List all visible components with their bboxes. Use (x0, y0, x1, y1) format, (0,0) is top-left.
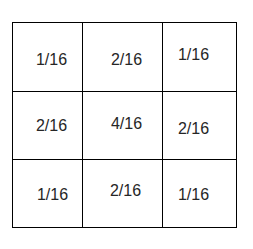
grid-cell-r3c1: 1/16 (13, 160, 83, 227)
cell-value: 1/16 (37, 186, 68, 204)
grid-cell-r3c3: 1/16 (163, 160, 236, 227)
cell-value: 1/16 (36, 51, 67, 69)
kernel-grid: 1/16 2/16 1/16 2/16 4/16 2/16 1/16 2/16 … (12, 22, 237, 228)
grid-cell-r2c1: 2/16 (13, 92, 83, 160)
cell-value: 2/16 (110, 182, 141, 200)
grid-cell-r2c2: 4/16 (83, 92, 163, 160)
grid-cell-r3c2: 2/16 (83, 160, 163, 227)
cell-value: 1/16 (178, 186, 209, 204)
cell-value: 1/16 (178, 46, 209, 64)
grid-cell-r1c2: 2/16 (83, 23, 163, 92)
cell-value: 2/16 (178, 120, 209, 138)
cell-value: 2/16 (36, 117, 67, 135)
grid-cell-r2c3: 2/16 (163, 92, 236, 160)
grid-cell-r1c1: 1/16 (13, 23, 83, 92)
grid-cell-r1c3: 1/16 (163, 23, 236, 92)
cell-value: 4/16 (111, 115, 142, 133)
cell-value: 2/16 (111, 51, 142, 69)
